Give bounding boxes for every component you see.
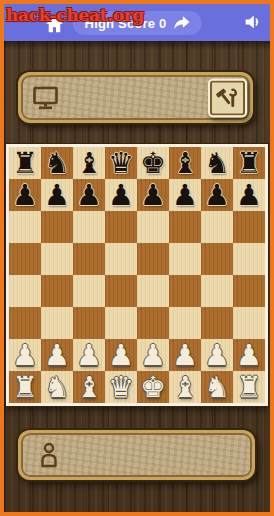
square-e8[interactable]: ♚ [137, 147, 169, 179]
square-h1[interactable]: ♜ [233, 371, 265, 403]
square-g8[interactable]: ♞ [201, 147, 233, 179]
square-f5[interactable] [169, 243, 201, 275]
computer-monitor-icon [32, 86, 59, 110]
square-a8[interactable]: ♜ [9, 147, 41, 179]
share-arrow-icon [173, 16, 189, 30]
square-f3[interactable] [169, 307, 201, 339]
square-c5[interactable] [73, 243, 105, 275]
square-g7[interactable]: ♟ [201, 179, 233, 211]
square-e3[interactable] [137, 307, 169, 339]
square-e7[interactable]: ♟ [137, 179, 169, 211]
piece-white-knight[interactable]: ♞ [204, 371, 230, 403]
square-h5[interactable] [233, 243, 265, 275]
piece-black-bishop[interactable]: ♝ [76, 147, 102, 179]
square-c8[interactable]: ♝ [73, 147, 105, 179]
square-a7[interactable]: ♟ [9, 179, 41, 211]
piece-white-pawn[interactable]: ♟ [108, 339, 134, 371]
piece-black-pawn[interactable]: ♟ [12, 179, 38, 211]
square-g6[interactable] [201, 211, 233, 243]
piece-black-rook[interactable]: ♜ [236, 147, 262, 179]
square-e6[interactable] [137, 211, 169, 243]
square-d8[interactable]: ♛ [105, 147, 137, 179]
piece-white-bishop[interactable]: ♝ [76, 371, 102, 403]
piece-white-bishop[interactable]: ♝ [172, 371, 198, 403]
square-e2[interactable]: ♟ [137, 339, 169, 371]
square-e5[interactable] [137, 243, 169, 275]
piece-black-knight[interactable]: ♞ [44, 147, 70, 179]
square-f2[interactable]: ♟ [169, 339, 201, 371]
square-b3[interactable] [41, 307, 73, 339]
chess-board: ♜♞♝♛♚♝♞♜♟♟♟♟♟♟♟♟♟♟♟♟♟♟♟♟♜♞♝♛♚♝♞♜ [6, 144, 268, 406]
wood-background: ♜♞♝♛♚♝♞♜♟♟♟♟♟♟♟♟♟♟♟♟♟♟♟♟♜♞♝♛♚♝♞♜ [4, 41, 270, 512]
square-f8[interactable]: ♝ [169, 147, 201, 179]
square-g3[interactable] [201, 307, 233, 339]
square-b7[interactable]: ♟ [41, 179, 73, 211]
square-c2[interactable]: ♟ [73, 339, 105, 371]
piece-black-pawn[interactable]: ♟ [236, 179, 262, 211]
piece-white-pawn[interactable]: ♟ [236, 339, 262, 371]
square-a4[interactable] [9, 275, 41, 307]
piece-black-pawn[interactable]: ♟ [172, 179, 198, 211]
square-h8[interactable]: ♜ [233, 147, 265, 179]
speaker-icon [244, 17, 262, 34]
piece-black-pawn[interactable]: ♟ [108, 179, 134, 211]
square-a1[interactable]: ♜ [9, 371, 41, 403]
piece-black-pawn[interactable]: ♟ [140, 179, 166, 211]
square-e1[interactable]: ♚ [137, 371, 169, 403]
square-f1[interactable]: ♝ [169, 371, 201, 403]
piece-white-pawn[interactable]: ♟ [204, 339, 230, 371]
piece-white-knight[interactable]: ♞ [44, 371, 70, 403]
square-b1[interactable]: ♞ [41, 371, 73, 403]
square-h2[interactable]: ♟ [233, 339, 265, 371]
square-a2[interactable]: ♟ [9, 339, 41, 371]
piece-black-knight[interactable]: ♞ [204, 147, 230, 179]
square-d4[interactable] [105, 275, 137, 307]
square-a3[interactable] [9, 307, 41, 339]
square-b8[interactable]: ♞ [41, 147, 73, 179]
square-b5[interactable] [41, 243, 73, 275]
square-c4[interactable] [73, 275, 105, 307]
piece-black-pawn[interactable]: ♟ [204, 179, 230, 211]
square-h7[interactable]: ♟ [233, 179, 265, 211]
square-d5[interactable] [105, 243, 137, 275]
piece-white-pawn[interactable]: ♟ [12, 339, 38, 371]
piece-black-pawn[interactable]: ♟ [76, 179, 102, 211]
square-b2[interactable]: ♟ [41, 339, 73, 371]
piece-white-king[interactable]: ♚ [140, 371, 166, 403]
settings-tools-button[interactable] [208, 78, 247, 117]
square-f7[interactable]: ♟ [169, 179, 201, 211]
square-h6[interactable] [233, 211, 265, 243]
square-a5[interactable] [9, 243, 41, 275]
player-panel [18, 430, 255, 480]
square-b4[interactable] [41, 275, 73, 307]
square-d6[interactable] [105, 211, 137, 243]
square-d2[interactable]: ♟ [105, 339, 137, 371]
piece-white-queen[interactable]: ♛ [108, 371, 134, 403]
opponent-panel [18, 72, 253, 123]
square-h3[interactable] [233, 307, 265, 339]
square-a6[interactable] [9, 211, 41, 243]
square-d1[interactable]: ♛ [105, 371, 137, 403]
square-c7[interactable]: ♟ [73, 179, 105, 211]
person-icon [38, 442, 60, 468]
piece-black-king[interactable]: ♚ [140, 147, 166, 179]
piece-black-queen[interactable]: ♛ [108, 147, 134, 179]
piece-white-pawn[interactable]: ♟ [172, 339, 198, 371]
square-h4[interactable] [233, 275, 265, 307]
square-d3[interactable] [105, 307, 137, 339]
piece-white-pawn[interactable]: ♟ [76, 339, 102, 371]
square-g2[interactable]: ♟ [201, 339, 233, 371]
square-e4[interactable] [137, 275, 169, 307]
square-c6[interactable] [73, 211, 105, 243]
hammer-wrench-icon [216, 86, 239, 109]
piece-white-pawn[interactable]: ♟ [140, 339, 166, 371]
square-c1[interactable]: ♝ [73, 371, 105, 403]
square-g5[interactable] [201, 243, 233, 275]
piece-black-rook[interactable]: ♜ [12, 147, 38, 179]
piece-black-pawn[interactable]: ♟ [44, 179, 70, 211]
square-f4[interactable] [169, 275, 201, 307]
square-f6[interactable] [169, 211, 201, 243]
piece-white-pawn[interactable]: ♟ [44, 339, 70, 371]
sound-button[interactable] [244, 13, 262, 31]
square-c3[interactable] [73, 307, 105, 339]
piece-black-bishop[interactable]: ♝ [172, 147, 198, 179]
piece-white-rook[interactable]: ♜ [12, 371, 38, 403]
app-screen: hack-cheat.org High Score 0 [4, 4, 270, 512]
watermark-text: hack-cheat.org [6, 5, 144, 25]
square-g1[interactable]: ♞ [201, 371, 233, 403]
square-g4[interactable] [201, 275, 233, 307]
square-b6[interactable] [41, 211, 73, 243]
square-d7[interactable]: ♟ [105, 179, 137, 211]
piece-white-rook[interactable]: ♜ [236, 371, 262, 403]
